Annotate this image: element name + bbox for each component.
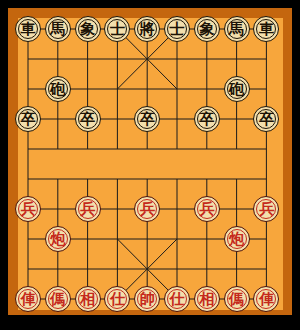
piece-red-advisor[interactable]: 仕 [164,286,190,312]
piece-black-soldier[interactable]: 卒 [134,106,160,132]
board-field [18,18,283,310]
piece-red-soldier[interactable]: 兵 [194,196,220,222]
piece-black-cannon[interactable]: 砲 [45,76,71,102]
piece-black-horse[interactable]: 馬 [45,16,71,42]
piece-black-chariot[interactable]: 車 [15,16,41,42]
piece-black-soldier[interactable]: 卒 [194,106,220,132]
piece-black-cannon[interactable]: 砲 [224,76,250,102]
piece-black-elephant[interactable]: 象 [194,16,220,42]
piece-red-soldier[interactable]: 兵 [75,196,101,222]
xiangqi-board[interactable]: 車馬象士將士象馬車砲砲卒卒卒卒卒兵兵兵兵兵炮炮俥傌相仕帥仕相傌俥 [0,0,300,330]
piece-red-soldier[interactable]: 兵 [15,196,41,222]
piece-red-horse[interactable]: 傌 [224,286,250,312]
piece-black-soldier[interactable]: 卒 [75,106,101,132]
piece-red-chariot[interactable]: 俥 [15,286,41,312]
piece-black-general[interactable]: 將 [134,16,160,42]
piece-red-soldier[interactable]: 兵 [134,196,160,222]
piece-black-horse[interactable]: 馬 [224,16,250,42]
piece-black-elephant[interactable]: 象 [75,16,101,42]
piece-black-soldier[interactable]: 卒 [15,106,41,132]
piece-red-general[interactable]: 帥 [134,286,160,312]
piece-red-cannon[interactable]: 炮 [224,226,250,252]
piece-black-advisor[interactable]: 士 [164,16,190,42]
piece-red-elephant[interactable]: 相 [194,286,220,312]
piece-red-elephant[interactable]: 相 [75,286,101,312]
piece-red-horse[interactable]: 傌 [45,286,71,312]
piece-red-cannon[interactable]: 炮 [45,226,71,252]
